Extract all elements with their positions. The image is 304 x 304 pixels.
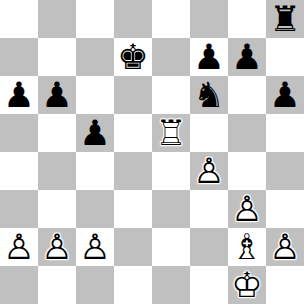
piece-white-pawn[interactable]: ♟♙ bbox=[38, 228, 76, 266]
square-e6[interactable] bbox=[152, 76, 190, 114]
square-d4[interactable] bbox=[114, 152, 152, 190]
square-b2[interactable]: ♟♙ bbox=[38, 228, 76, 266]
piece-white-pawn[interactable]: ♟♙ bbox=[266, 228, 304, 266]
white-pawn-glyph: ♙ bbox=[266, 228, 304, 266]
piece-white-bishop[interactable]: ♝♗ bbox=[228, 228, 266, 266]
piece-white-rook[interactable]: ♜♖ bbox=[152, 114, 190, 152]
square-g2[interactable]: ♝♗ bbox=[228, 228, 266, 266]
white-bishop-glyph: ♗ bbox=[228, 228, 266, 266]
square-h1[interactable] bbox=[266, 266, 304, 304]
square-b3[interactable] bbox=[38, 190, 76, 228]
square-a2[interactable]: ♟♙ bbox=[0, 228, 38, 266]
square-e8[interactable] bbox=[152, 0, 190, 38]
square-e5[interactable]: ♜♖ bbox=[152, 114, 190, 152]
square-d5[interactable] bbox=[114, 114, 152, 152]
piece-black-knight[interactable]: ♞ bbox=[190, 76, 228, 114]
white-pawn-glyph: ♙ bbox=[0, 228, 38, 266]
square-g5[interactable] bbox=[228, 114, 266, 152]
square-d7[interactable]: ♚ bbox=[114, 38, 152, 76]
square-b5[interactable] bbox=[38, 114, 76, 152]
piece-black-pawn[interactable]: ♟ bbox=[38, 76, 76, 114]
square-d6[interactable] bbox=[114, 76, 152, 114]
square-a3[interactable] bbox=[0, 190, 38, 228]
piece-white-pawn[interactable]: ♟♙ bbox=[228, 190, 266, 228]
square-d3[interactable] bbox=[114, 190, 152, 228]
square-e7[interactable] bbox=[152, 38, 190, 76]
square-c7[interactable] bbox=[76, 38, 114, 76]
square-c8[interactable] bbox=[76, 0, 114, 38]
square-f4[interactable]: ♟♙ bbox=[190, 152, 228, 190]
black-pawn-glyph: ♟ bbox=[0, 76, 38, 114]
piece-black-rook[interactable]: ♜ bbox=[266, 0, 304, 38]
square-h5[interactable] bbox=[266, 114, 304, 152]
black-pawn-glyph: ♟ bbox=[38, 76, 76, 114]
black-pawn-glyph: ♟ bbox=[266, 76, 304, 114]
square-d1[interactable] bbox=[114, 266, 152, 304]
piece-white-pawn[interactable]: ♟♙ bbox=[190, 152, 228, 190]
square-h2[interactable]: ♟♙ bbox=[266, 228, 304, 266]
square-g7[interactable]: ♟ bbox=[228, 38, 266, 76]
square-c2[interactable]: ♟♙ bbox=[76, 228, 114, 266]
square-g6[interactable] bbox=[228, 76, 266, 114]
square-a7[interactable] bbox=[0, 38, 38, 76]
square-d8[interactable] bbox=[114, 0, 152, 38]
black-pawn-glyph: ♟ bbox=[76, 114, 114, 152]
square-c6[interactable] bbox=[76, 76, 114, 114]
square-g8[interactable] bbox=[228, 0, 266, 38]
square-f6[interactable]: ♞ bbox=[190, 76, 228, 114]
piece-black-pawn[interactable]: ♟ bbox=[266, 76, 304, 114]
black-rook-glyph: ♜ bbox=[266, 0, 304, 38]
square-b8[interactable] bbox=[38, 0, 76, 38]
square-e4[interactable] bbox=[152, 152, 190, 190]
square-f7[interactable]: ♟ bbox=[190, 38, 228, 76]
white-pawn-glyph: ♙ bbox=[190, 152, 228, 190]
square-a6[interactable]: ♟ bbox=[0, 76, 38, 114]
square-e2[interactable] bbox=[152, 228, 190, 266]
square-a5[interactable] bbox=[0, 114, 38, 152]
square-g3[interactable]: ♟♙ bbox=[228, 190, 266, 228]
piece-black-king[interactable]: ♚ bbox=[114, 38, 152, 76]
white-rook-glyph: ♖ bbox=[152, 114, 190, 152]
square-g1[interactable]: ♚♔ bbox=[228, 266, 266, 304]
square-e1[interactable] bbox=[152, 266, 190, 304]
white-pawn-glyph: ♙ bbox=[228, 190, 266, 228]
black-king-glyph: ♚ bbox=[114, 38, 152, 76]
square-f3[interactable] bbox=[190, 190, 228, 228]
square-b1[interactable] bbox=[38, 266, 76, 304]
square-g4[interactable] bbox=[228, 152, 266, 190]
square-c3[interactable] bbox=[76, 190, 114, 228]
white-pawn-glyph: ♙ bbox=[38, 228, 76, 266]
square-b4[interactable] bbox=[38, 152, 76, 190]
square-h3[interactable] bbox=[266, 190, 304, 228]
white-pawn-glyph: ♙ bbox=[76, 228, 114, 266]
square-h4[interactable] bbox=[266, 152, 304, 190]
square-h7[interactable] bbox=[266, 38, 304, 76]
square-h8[interactable]: ♜ bbox=[266, 0, 304, 38]
piece-white-pawn[interactable]: ♟♙ bbox=[76, 228, 114, 266]
piece-white-king[interactable]: ♚♔ bbox=[228, 266, 266, 304]
piece-black-pawn[interactable]: ♟ bbox=[190, 38, 228, 76]
square-d2[interactable] bbox=[114, 228, 152, 266]
piece-black-pawn[interactable]: ♟ bbox=[228, 38, 266, 76]
square-a4[interactable] bbox=[0, 152, 38, 190]
white-king-glyph: ♔ bbox=[228, 266, 266, 304]
square-f2[interactable] bbox=[190, 228, 228, 266]
square-a1[interactable] bbox=[0, 266, 38, 304]
square-a8[interactable] bbox=[0, 0, 38, 38]
square-f5[interactable] bbox=[190, 114, 228, 152]
black-knight-glyph: ♞ bbox=[190, 76, 228, 114]
square-f8[interactable] bbox=[190, 0, 228, 38]
square-c4[interactable] bbox=[76, 152, 114, 190]
piece-white-pawn[interactable]: ♟♙ bbox=[0, 228, 38, 266]
chess-board: ♜♚♟♟♟♟♞♟♟♜♖♟♙♟♙♟♙♟♙♟♙♝♗♟♙♚♔ bbox=[0, 0, 304, 304]
black-pawn-glyph: ♟ bbox=[190, 38, 228, 76]
square-c1[interactable] bbox=[76, 266, 114, 304]
square-b7[interactable] bbox=[38, 38, 76, 76]
square-e3[interactable] bbox=[152, 190, 190, 228]
square-f1[interactable] bbox=[190, 266, 228, 304]
square-c5[interactable]: ♟ bbox=[76, 114, 114, 152]
black-pawn-glyph: ♟ bbox=[228, 38, 266, 76]
piece-black-pawn[interactable]: ♟ bbox=[76, 114, 114, 152]
piece-black-pawn[interactable]: ♟ bbox=[0, 76, 38, 114]
square-h6[interactable]: ♟ bbox=[266, 76, 304, 114]
square-b6[interactable]: ♟ bbox=[38, 76, 76, 114]
